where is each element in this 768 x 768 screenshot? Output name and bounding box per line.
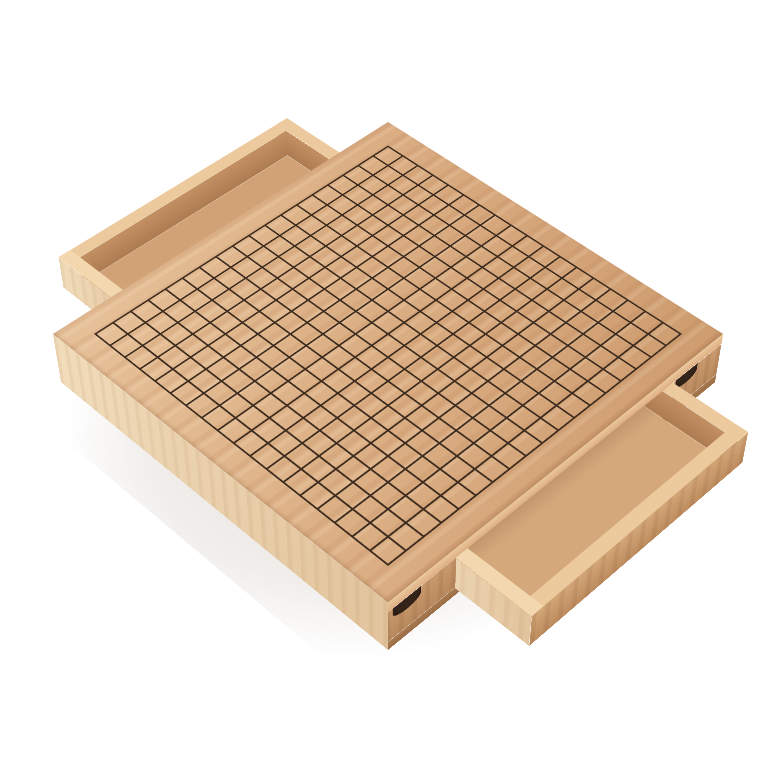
product-photo-stage [0,0,768,768]
board-space [53,122,723,603]
